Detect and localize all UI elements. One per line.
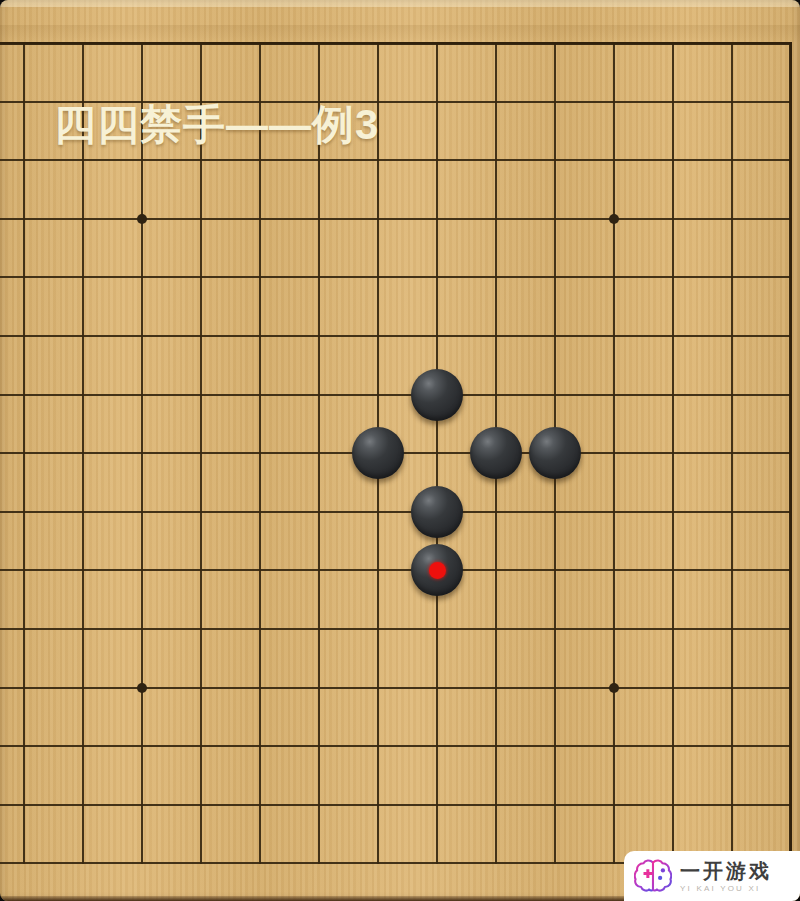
black-stone-marked	[411, 544, 463, 596]
watermark-brand-text: 一开游戏	[680, 860, 772, 882]
brand-logo-icon	[634, 858, 672, 894]
renju-board[interactable]: 四四禁手——例3 一开游戏 YI KAI YOU XI	[0, 0, 800, 901]
black-stone	[411, 486, 463, 538]
black-stone	[529, 427, 581, 479]
red-dot-marker	[429, 562, 446, 579]
black-stone	[352, 427, 404, 479]
star-point	[137, 683, 147, 693]
star-point	[609, 683, 619, 693]
star-point	[137, 214, 147, 224]
star-point	[609, 214, 619, 224]
watermark-subtext: YI KAI YOU XI	[680, 884, 772, 893]
black-stone	[470, 427, 522, 479]
screenshot-root: 四四禁手——例3 一开游戏 YI KAI YOU XI	[0, 0, 800, 901]
black-stone	[411, 369, 463, 421]
lesson-title: 四四禁手——例3	[54, 102, 379, 148]
watermark-badge: 一开游戏 YI KAI YOU XI	[624, 851, 800, 901]
